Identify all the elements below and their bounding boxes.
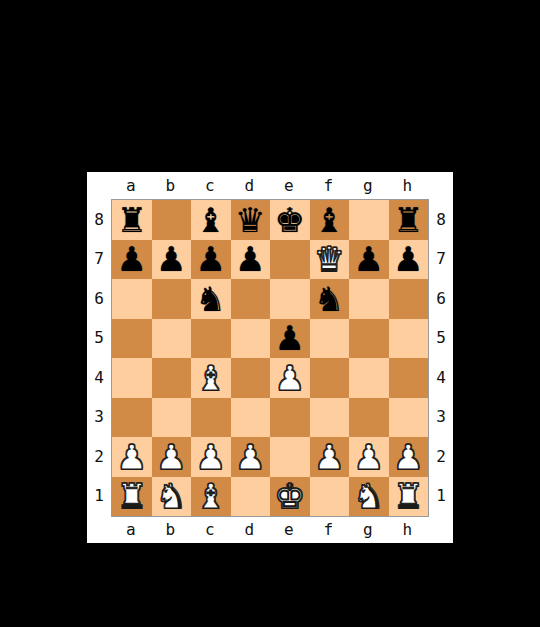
piece-black-pawn-icon[interactable]: ♟	[349, 240, 389, 280]
file-label-a: a	[111, 522, 151, 538]
square-c1[interactable]: ♝	[191, 477, 231, 517]
square-g1[interactable]: ♞	[349, 477, 389, 517]
piece-white-pawn-icon[interactable]: ♟	[191, 437, 231, 477]
square-c5[interactable]	[191, 319, 231, 359]
piece-black-pawn-icon[interactable]: ♟	[231, 240, 271, 280]
square-e4[interactable]: ♟	[270, 358, 310, 398]
rank-label-3: 3	[87, 398, 111, 438]
square-e1[interactable]: ♚	[270, 477, 310, 517]
piece-white-bishop-icon[interactable]: ♝	[191, 358, 231, 398]
square-c4[interactable]: ♝	[191, 358, 231, 398]
square-a6[interactable]	[112, 279, 152, 319]
square-d5[interactable]	[231, 319, 271, 359]
board-middle-row: 87654321 ♜♝♛♚♝♜♟♟♟♟♛♟♟♞♞♟♝♟♟♟♟♟♟♟♟♜♞♝♚♞♜…	[87, 199, 453, 517]
file-label-d: d	[230, 178, 270, 194]
square-a3[interactable]	[112, 398, 152, 438]
piece-white-rook-icon[interactable]: ♜	[389, 477, 429, 517]
square-d6[interactable]	[231, 279, 271, 319]
piece-white-pawn-icon[interactable]: ♟	[270, 358, 310, 398]
square-g7[interactable]: ♟	[349, 240, 389, 280]
rank-label-2: 2	[429, 437, 453, 477]
square-b4[interactable]	[152, 358, 192, 398]
file-label-g: g	[348, 522, 388, 538]
square-a4[interactable]	[112, 358, 152, 398]
square-g3[interactable]	[349, 398, 389, 438]
piece-black-knight-icon[interactable]: ♞	[310, 279, 350, 319]
square-c8[interactable]: ♝	[191, 200, 231, 240]
square-d4[interactable]	[231, 358, 271, 398]
piece-black-rook-icon[interactable]: ♜	[389, 200, 429, 240]
piece-white-rook-icon[interactable]: ♜	[112, 477, 152, 517]
file-label-f: f	[309, 522, 349, 538]
piece-white-pawn-icon[interactable]: ♟	[349, 437, 389, 477]
square-e8[interactable]: ♚	[270, 200, 310, 240]
square-b1[interactable]: ♞	[152, 477, 192, 517]
rank-label-4: 4	[429, 358, 453, 398]
square-h5[interactable]	[389, 319, 429, 359]
square-d2[interactable]: ♟	[231, 437, 271, 477]
square-h8[interactable]: ♜	[389, 200, 429, 240]
piece-white-knight-icon[interactable]: ♞	[349, 477, 389, 517]
rank-label-4: 4	[87, 358, 111, 398]
file-label-h: h	[388, 178, 428, 194]
square-g6[interactable]	[349, 279, 389, 319]
piece-black-bishop-icon[interactable]: ♝	[310, 200, 350, 240]
file-label-e: e	[269, 522, 309, 538]
file-label-c: c	[190, 178, 230, 194]
file-label-a: a	[111, 178, 151, 194]
rank-label-7: 7	[429, 240, 453, 280]
rank-label-1: 1	[429, 477, 453, 517]
square-f6[interactable]: ♞	[310, 279, 350, 319]
file-label-b: b	[151, 178, 191, 194]
file-label-d: d	[230, 522, 270, 538]
rank-label-3: 3	[429, 398, 453, 438]
rank-labels-left: 87654321	[87, 199, 111, 517]
chess-diagram-panel: abcdefgh 87654321 ♜♝♛♚♝♜♟♟♟♟♛♟♟♞♞♟♝♟♟♟♟♟…	[87, 172, 453, 543]
rank-label-6: 6	[429, 279, 453, 319]
square-a5[interactable]	[112, 319, 152, 359]
square-e2[interactable]	[270, 437, 310, 477]
rank-labels-right: 87654321	[429, 199, 453, 517]
piece-black-rook-icon[interactable]: ♜	[112, 200, 152, 240]
square-f3[interactable]	[310, 398, 350, 438]
square-h1[interactable]: ♜	[389, 477, 429, 517]
square-b2[interactable]: ♟	[152, 437, 192, 477]
piece-white-queen-icon[interactable]: ♛	[310, 240, 350, 280]
square-g8[interactable]	[349, 200, 389, 240]
square-f8[interactable]: ♝	[310, 200, 350, 240]
file-label-c: c	[190, 522, 230, 538]
piece-black-pawn-icon[interactable]: ♟	[191, 240, 231, 280]
square-h4[interactable]	[389, 358, 429, 398]
square-a1[interactable]: ♜	[112, 477, 152, 517]
file-label-b: b	[151, 522, 191, 538]
piece-black-pawn-icon[interactable]: ♟	[389, 240, 429, 280]
square-g4[interactable]	[349, 358, 389, 398]
square-f1[interactable]	[310, 477, 350, 517]
square-d1[interactable]	[231, 477, 271, 517]
square-g2[interactable]: ♟	[349, 437, 389, 477]
square-h2[interactable]: ♟	[389, 437, 429, 477]
square-d3[interactable]	[231, 398, 271, 438]
rank-label-6: 6	[87, 279, 111, 319]
square-e3[interactable]	[270, 398, 310, 438]
square-f5[interactable]	[310, 319, 350, 359]
piece-white-pawn-icon[interactable]: ♟	[389, 437, 429, 477]
file-labels-top: abcdefgh	[87, 172, 453, 199]
square-c3[interactable]	[191, 398, 231, 438]
square-b6[interactable]	[152, 279, 192, 319]
square-h3[interactable]	[389, 398, 429, 438]
rank-label-5: 5	[429, 319, 453, 359]
square-g5[interactable]	[349, 319, 389, 359]
piece-white-pawn-icon[interactable]: ♟	[112, 437, 152, 477]
square-d7[interactable]: ♟	[231, 240, 271, 280]
square-b8[interactable]	[152, 200, 192, 240]
square-b3[interactable]	[152, 398, 192, 438]
file-label-e: e	[269, 178, 309, 194]
piece-black-pawn-icon[interactable]: ♟	[112, 240, 152, 280]
piece-white-pawn-icon[interactable]: ♟	[231, 437, 271, 477]
piece-white-king-icon[interactable]: ♚	[270, 477, 310, 517]
square-f4[interactable]	[310, 358, 350, 398]
piece-white-knight-icon[interactable]: ♞	[152, 477, 192, 517]
square-c7[interactable]: ♟	[191, 240, 231, 280]
piece-white-pawn-icon[interactable]: ♟	[152, 437, 192, 477]
square-e6[interactable]	[270, 279, 310, 319]
square-f7[interactable]: ♛	[310, 240, 350, 280]
rank-label-1: 1	[87, 477, 111, 517]
square-e5[interactable]: ♟	[270, 319, 310, 359]
file-label-h: h	[388, 522, 428, 538]
rank-label-8: 8	[87, 200, 111, 240]
square-e7[interactable]	[270, 240, 310, 280]
square-f2[interactable]: ♟	[310, 437, 350, 477]
square-a8[interactable]: ♜	[112, 200, 152, 240]
chess-board[interactable]: ♜♝♛♚♝♜♟♟♟♟♛♟♟♞♞♟♝♟♟♟♟♟♟♟♟♜♞♝♚♞♜	[111, 199, 429, 517]
rank-label-7: 7	[87, 240, 111, 280]
piece-white-pawn-icon[interactable]: ♟	[310, 437, 350, 477]
square-h6[interactable]	[389, 279, 429, 319]
square-h7[interactable]: ♟	[389, 240, 429, 280]
piece-black-bishop-icon[interactable]: ♝	[191, 200, 231, 240]
rank-label-2: 2	[87, 437, 111, 477]
piece-black-knight-icon[interactable]: ♞	[191, 279, 231, 319]
piece-black-pawn-icon[interactable]: ♟	[152, 240, 192, 280]
piece-white-bishop-icon[interactable]: ♝	[191, 477, 231, 517]
square-a7[interactable]: ♟	[112, 240, 152, 280]
square-c2[interactable]: ♟	[191, 437, 231, 477]
file-label-g: g	[348, 178, 388, 194]
rank-label-5: 5	[87, 319, 111, 359]
piece-black-pawn-icon[interactable]: ♟	[270, 319, 310, 359]
piece-black-queen-icon[interactable]: ♛	[231, 200, 271, 240]
file-labels-bottom: abcdefgh	[87, 517, 453, 543]
square-c6[interactable]: ♞	[191, 279, 231, 319]
piece-black-king-icon[interactable]: ♚	[270, 200, 310, 240]
square-b7[interactable]: ♟	[152, 240, 192, 280]
square-a2[interactable]: ♟	[112, 437, 152, 477]
file-label-f: f	[309, 178, 349, 194]
square-b5[interactable]	[152, 319, 192, 359]
rank-label-8: 8	[429, 200, 453, 240]
square-d8[interactable]: ♛	[231, 200, 271, 240]
